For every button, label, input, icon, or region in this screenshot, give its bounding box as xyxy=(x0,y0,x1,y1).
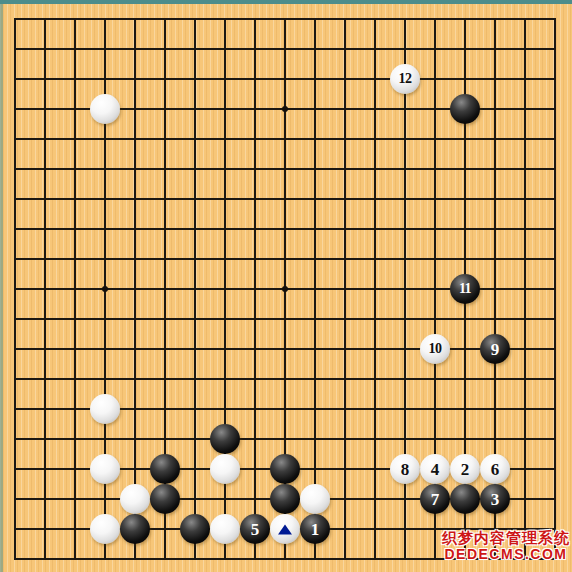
black-stone-Q16 xyxy=(450,94,480,124)
move-number-label: 5 xyxy=(251,520,260,537)
white-stone-L3 xyxy=(300,484,330,514)
window-edge-top xyxy=(0,0,572,4)
move-number-label: 10 xyxy=(429,342,442,356)
white-stone-D4 xyxy=(90,454,120,484)
black-stone-E2 xyxy=(120,514,150,544)
black-stone-Q3 xyxy=(450,484,480,514)
grid-line-vertical xyxy=(314,18,316,560)
white-stone-Q4: 2 xyxy=(450,454,480,484)
black-stone-H5 xyxy=(210,424,240,454)
white-stone-K2 xyxy=(270,514,300,544)
grid-line-vertical xyxy=(524,18,526,560)
grid-line-horizontal xyxy=(14,378,556,380)
move-number-label: 7 xyxy=(431,490,440,507)
hoshi-point xyxy=(102,286,108,292)
white-stone-D2 xyxy=(90,514,120,544)
black-stone-J2: 5 xyxy=(240,514,270,544)
watermark-chinese-text: 织梦内容管理系统 xyxy=(442,529,570,546)
white-stone-P8: 10 xyxy=(420,334,450,364)
hoshi-point xyxy=(282,106,288,112)
watermark: 织梦内容管理系统 DEDECMS.COM xyxy=(442,529,570,562)
move-number-label: 11 xyxy=(459,282,471,296)
move-number-label: 12 xyxy=(399,72,412,86)
white-stone-E3 xyxy=(120,484,150,514)
grid-line-horizontal xyxy=(14,348,556,350)
black-stone-K3 xyxy=(270,484,300,514)
grid-line-horizontal xyxy=(14,438,556,440)
watermark-dedecms-text: DEDECMS.COM xyxy=(442,547,570,562)
white-stone-P4: 4 xyxy=(420,454,450,484)
move-number-label: 6 xyxy=(491,460,500,477)
grid-line-vertical xyxy=(344,18,346,560)
move-number-label: 2 xyxy=(461,460,470,477)
grid-line-horizontal xyxy=(14,318,556,320)
grid-line-vertical xyxy=(554,18,556,560)
move-number-label: 4 xyxy=(431,460,440,477)
white-stone-D16 xyxy=(90,94,120,124)
move-number-label: 3 xyxy=(491,490,500,507)
black-stone-P3: 7 xyxy=(420,484,450,514)
white-stone-O17: 12 xyxy=(390,64,420,94)
move-number-label: 8 xyxy=(401,460,410,477)
hoshi-point xyxy=(282,286,288,292)
move-number-label: 9 xyxy=(491,340,500,357)
grid-line-vertical xyxy=(374,18,376,560)
black-stone-F4 xyxy=(150,454,180,484)
white-stone-R4: 6 xyxy=(480,454,510,484)
go-board[interactable]: 121110984267351 xyxy=(0,0,572,572)
window-edge-left xyxy=(0,0,3,572)
white-stone-D6 xyxy=(90,394,120,424)
white-stone-H2 xyxy=(210,514,240,544)
triangle-marker-icon xyxy=(278,525,292,535)
black-stone-L2: 1 xyxy=(300,514,330,544)
black-stone-R3: 3 xyxy=(480,484,510,514)
white-stone-O4: 8 xyxy=(390,454,420,484)
black-stone-F3 xyxy=(150,484,180,514)
black-stone-R8: 9 xyxy=(480,334,510,364)
white-stone-H4 xyxy=(210,454,240,484)
go-diagram-screen: 121110984267351 织梦内容管理系统 DEDECMS.COM xyxy=(0,0,572,572)
black-stone-G2 xyxy=(180,514,210,544)
black-stone-K4 xyxy=(270,454,300,484)
black-stone-Q10: 11 xyxy=(450,274,480,304)
move-number-label: 1 xyxy=(311,520,320,537)
